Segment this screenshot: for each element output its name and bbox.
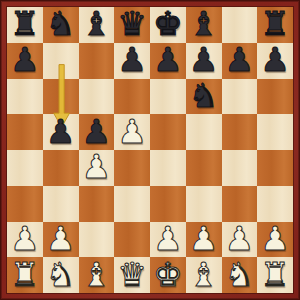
square-e6[interactable] <box>150 79 186 115</box>
square-g8[interactable] <box>222 7 258 43</box>
square-b4[interactable] <box>43 150 79 186</box>
piece-white-pawn[interactable]: ♟ <box>189 222 219 255</box>
square-g2[interactable]: ♟ <box>222 222 258 258</box>
square-e7[interactable]: ♟ <box>150 43 186 79</box>
square-d2[interactable] <box>114 222 150 258</box>
piece-white-rook[interactable]: ♜ <box>10 258 40 291</box>
square-h1[interactable]: ♜ <box>257 257 293 293</box>
square-a5[interactable] <box>7 114 43 150</box>
chess-board: ♜♞♝♛♚♝♜♟♟♟♟♟♟♞♟♟♟♟♟♟♟♟♟♟♜♞♝♛♚♝♞♜ <box>7 7 293 293</box>
square-d3[interactable] <box>114 186 150 222</box>
square-a6[interactable] <box>7 79 43 115</box>
piece-white-bishop[interactable]: ♝ <box>82 258 112 291</box>
chess-app: ♜♞♝♛♚♝♜♟♟♟♟♟♟♞♟♟♟♟♟♟♟♟♟♟♜♞♝♛♚♝♞♜ <box>0 0 300 300</box>
square-h3[interactable] <box>257 186 293 222</box>
piece-white-pawn[interactable]: ♟ <box>153 222 183 255</box>
square-d4[interactable] <box>114 150 150 186</box>
square-e2[interactable]: ♟ <box>150 222 186 258</box>
piece-white-pawn[interactable]: ♟ <box>260 222 290 255</box>
square-c7[interactable] <box>79 43 115 79</box>
square-b3[interactable] <box>43 186 79 222</box>
piece-white-pawn[interactable]: ♟ <box>225 222 255 255</box>
square-c3[interactable] <box>79 186 115 222</box>
square-e5[interactable] <box>150 114 186 150</box>
piece-black-knight[interactable]: ♞ <box>189 79 219 112</box>
square-f5[interactable] <box>186 114 222 150</box>
square-f7[interactable]: ♟ <box>186 43 222 79</box>
square-f1[interactable]: ♝ <box>186 257 222 293</box>
square-h4[interactable] <box>257 150 293 186</box>
square-g4[interactable] <box>222 150 258 186</box>
piece-black-pawn[interactable]: ♟ <box>225 43 255 76</box>
square-f3[interactable] <box>186 186 222 222</box>
square-c2[interactable] <box>79 222 115 258</box>
square-d7[interactable]: ♟ <box>114 43 150 79</box>
piece-white-knight[interactable]: ♞ <box>46 258 76 291</box>
square-f6[interactable]: ♞ <box>186 79 222 115</box>
square-g6[interactable] <box>222 79 258 115</box>
piece-black-pawn[interactable]: ♟ <box>189 43 219 76</box>
piece-black-bishop[interactable]: ♝ <box>189 7 219 40</box>
piece-black-pawn[interactable]: ♟ <box>82 115 112 148</box>
square-c5[interactable]: ♟ <box>79 114 115 150</box>
square-a1[interactable]: ♜ <box>7 257 43 293</box>
square-a2[interactable]: ♟ <box>7 222 43 258</box>
square-a7[interactable]: ♟ <box>7 43 43 79</box>
piece-black-pawn[interactable]: ♟ <box>10 43 40 76</box>
square-c8[interactable]: ♝ <box>79 7 115 43</box>
square-c1[interactable]: ♝ <box>79 257 115 293</box>
square-e8[interactable]: ♚ <box>150 7 186 43</box>
piece-black-king[interactable]: ♚ <box>153 7 183 40</box>
square-h2[interactable]: ♟ <box>257 222 293 258</box>
square-c6[interactable] <box>79 79 115 115</box>
square-b2[interactable]: ♟ <box>43 222 79 258</box>
piece-black-pawn[interactable]: ♟ <box>153 43 183 76</box>
square-a8[interactable]: ♜ <box>7 7 43 43</box>
square-d6[interactable] <box>114 79 150 115</box>
piece-black-rook[interactable]: ♜ <box>260 7 290 40</box>
piece-white-pawn[interactable]: ♟ <box>82 150 112 183</box>
square-a3[interactable] <box>7 186 43 222</box>
square-f4[interactable] <box>186 150 222 186</box>
square-e1[interactable]: ♚ <box>150 257 186 293</box>
piece-white-knight[interactable]: ♞ <box>225 258 255 291</box>
square-e3[interactable] <box>150 186 186 222</box>
square-b7[interactable] <box>43 43 79 79</box>
square-g7[interactable]: ♟ <box>222 43 258 79</box>
square-g3[interactable] <box>222 186 258 222</box>
chess-board-frame: ♜♞♝♛♚♝♜♟♟♟♟♟♟♞♟♟♟♟♟♟♟♟♟♟♜♞♝♛♚♝♞♜ <box>0 0 300 300</box>
piece-black-rook[interactable]: ♜ <box>10 7 40 40</box>
piece-black-queen[interactable]: ♛ <box>117 7 147 40</box>
piece-white-pawn[interactable]: ♟ <box>10 222 40 255</box>
piece-white-queen[interactable]: ♛ <box>117 258 147 291</box>
square-b6[interactable] <box>43 79 79 115</box>
square-a4[interactable] <box>7 150 43 186</box>
piece-white-rook[interactable]: ♜ <box>260 258 290 291</box>
square-h7[interactable]: ♟ <box>257 43 293 79</box>
piece-white-bishop[interactable]: ♝ <box>189 258 219 291</box>
square-f2[interactable]: ♟ <box>186 222 222 258</box>
piece-black-pawn[interactable]: ♟ <box>117 43 147 76</box>
square-c4[interactable]: ♟ <box>79 150 115 186</box>
piece-white-pawn[interactable]: ♟ <box>117 115 147 148</box>
piece-black-pawn[interactable]: ♟ <box>46 115 76 148</box>
square-d8[interactable]: ♛ <box>114 7 150 43</box>
square-h5[interactable] <box>257 114 293 150</box>
piece-white-pawn[interactable]: ♟ <box>46 222 76 255</box>
square-g5[interactable] <box>222 114 258 150</box>
square-d5[interactable]: ♟ <box>114 114 150 150</box>
square-h8[interactable]: ♜ <box>257 7 293 43</box>
square-b5[interactable]: ♟ <box>43 114 79 150</box>
square-e4[interactable] <box>150 150 186 186</box>
piece-black-bishop[interactable]: ♝ <box>82 7 112 40</box>
square-f8[interactable]: ♝ <box>186 7 222 43</box>
piece-white-king[interactable]: ♚ <box>153 258 183 291</box>
piece-black-pawn[interactable]: ♟ <box>260 43 290 76</box>
square-d1[interactable]: ♛ <box>114 257 150 293</box>
square-b1[interactable]: ♞ <box>43 257 79 293</box>
square-g1[interactable]: ♞ <box>222 257 258 293</box>
square-h6[interactable] <box>257 79 293 115</box>
piece-black-knight[interactable]: ♞ <box>46 7 76 40</box>
square-b8[interactable]: ♞ <box>43 7 79 43</box>
